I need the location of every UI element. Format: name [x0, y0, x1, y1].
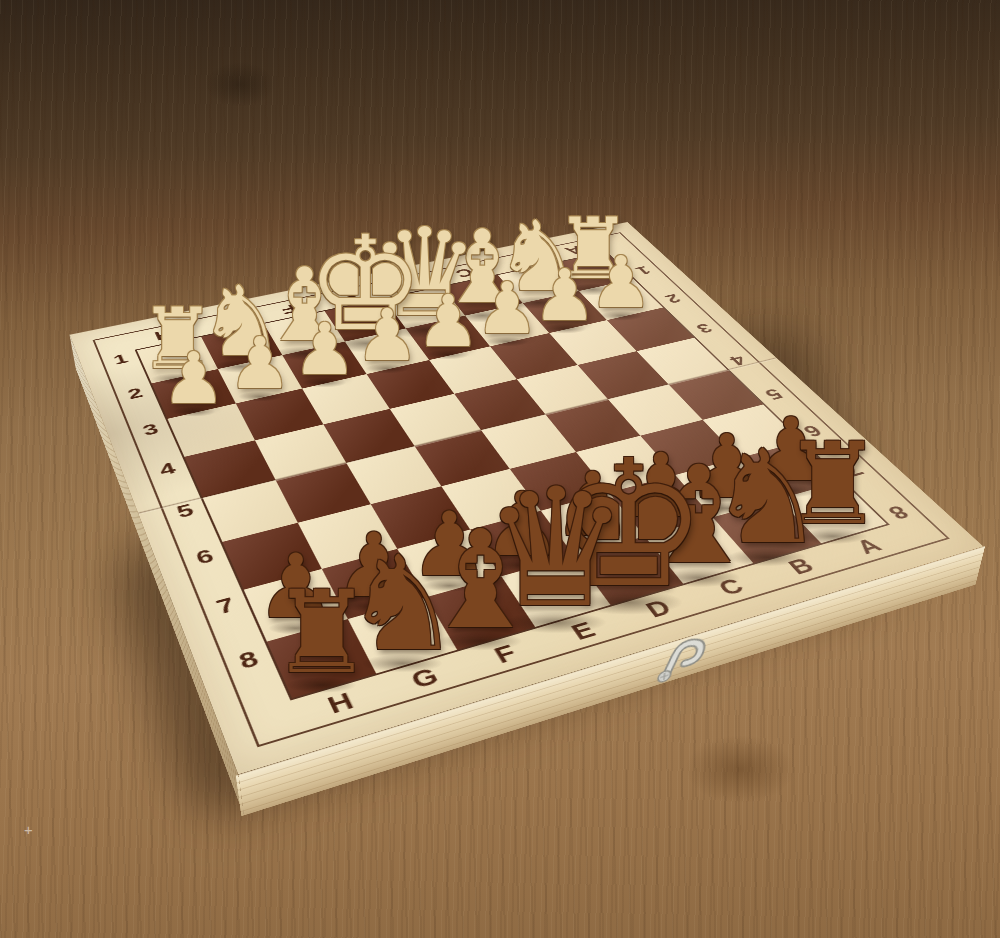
square-c6 — [576, 436, 675, 493]
chess-photo-scene: + HGFEDCBA HGFEDCBA 12345678 12345678 ♜ — [0, 0, 1000, 938]
square-c8 — [645, 517, 754, 583]
square-f5 — [346, 446, 441, 504]
rank-label: 6 — [193, 546, 230, 599]
square-h8 — [267, 619, 376, 698]
square-g4 — [255, 424, 346, 480]
rank-label: 1 — [111, 352, 139, 388]
rank-label: 6 — [774, 399, 825, 439]
square-e6 — [441, 469, 540, 530]
square-b7 — [675, 458, 778, 517]
rank-label: 5 — [174, 501, 209, 550]
rank-label: 7 — [813, 436, 867, 479]
square-b8 — [713, 499, 821, 563]
square-f7 — [397, 529, 501, 597]
file-label: G — [377, 656, 471, 701]
rank-label: 8 — [855, 475, 913, 522]
square-e5 — [415, 430, 510, 486]
dust-mark: + — [24, 822, 33, 837]
square-d7 — [541, 493, 645, 556]
square-h4 — [184, 440, 275, 497]
file-label: B — [758, 547, 843, 585]
file-label: A — [827, 528, 910, 565]
rank-label: 7 — [213, 594, 252, 651]
square-g6 — [298, 504, 397, 569]
file-label: D — [614, 588, 702, 629]
square-g7 — [322, 549, 426, 619]
square-h6 — [222, 523, 321, 590]
square-a7 — [739, 441, 842, 499]
square-a8 — [779, 481, 887, 543]
square-g5 — [276, 463, 371, 523]
square-h7 — [244, 569, 348, 642]
square-d6 — [510, 452, 609, 511]
file-label: C — [688, 568, 775, 607]
square-f6 — [371, 486, 470, 549]
square-d8 — [574, 536, 683, 605]
square-e7 — [470, 511, 574, 577]
rank-label: 3 — [140, 421, 171, 463]
file-label: H — [292, 680, 388, 727]
rank-label: 4 — [157, 460, 190, 505]
square-h5 — [203, 480, 298, 542]
file-label: F — [459, 632, 551, 676]
rank-label: 8 — [236, 647, 278, 710]
rank-label: 2 — [125, 385, 154, 424]
square-g8 — [348, 597, 457, 673]
square-f8 — [426, 576, 535, 650]
square-e8 — [501, 556, 610, 627]
square-c7 — [609, 475, 713, 536]
file-label: E — [538, 610, 628, 652]
